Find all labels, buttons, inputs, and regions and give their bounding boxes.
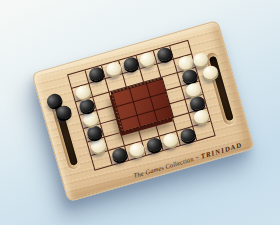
game-title-text: TRINIDAD [200, 141, 244, 161]
photo-background: The Games Collection~TRINIDAD [0, 0, 280, 225]
brand-text: The Games Collection [133, 155, 195, 179]
board-cell[interactable] [194, 122, 215, 140]
trinidad-board: The Games Collection~TRINIDAD [31, 20, 254, 202]
